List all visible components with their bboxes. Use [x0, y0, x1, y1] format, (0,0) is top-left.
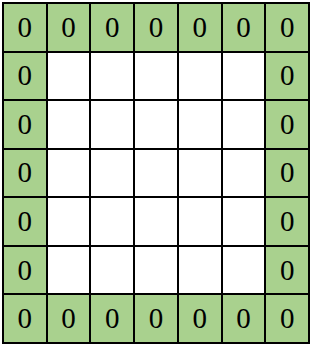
grid-cell: 0 [134, 294, 178, 343]
grid-cell [90, 149, 134, 198]
grid-cell: 0 [222, 3, 266, 52]
grid-cell [178, 246, 222, 295]
grid-cell [134, 149, 178, 198]
grid-cell: 0 [178, 3, 222, 52]
grid-cell: 0 [3, 246, 47, 295]
grid-cell [90, 246, 134, 295]
grid-cell: 0 [222, 294, 266, 343]
grid-cell: 0 [3, 197, 47, 246]
grid-cell [90, 52, 134, 101]
grid-cell [47, 100, 91, 149]
grid-cell: 0 [265, 3, 309, 52]
grid-cell [134, 100, 178, 149]
grid-cell [134, 246, 178, 295]
grid-cell [90, 197, 134, 246]
grid-cell: 0 [265, 197, 309, 246]
grid-cell [47, 246, 91, 295]
grid-cell: 0 [134, 3, 178, 52]
grid-cell: 0 [3, 3, 47, 52]
grid-cell [222, 149, 266, 198]
grid-cell: 0 [3, 294, 47, 343]
grid-cell: 0 [90, 294, 134, 343]
grid-cell: 0 [3, 100, 47, 149]
grid-cell [178, 197, 222, 246]
grid-cell: 0 [178, 294, 222, 343]
grid-cell: 0 [265, 100, 309, 149]
grid-cell: 0 [265, 149, 309, 198]
grid-cell: 0 [47, 294, 91, 343]
grid-cell: 0 [47, 3, 91, 52]
grid-cell [47, 149, 91, 198]
grid-cell: 0 [3, 149, 47, 198]
grid-cell: 0 [90, 3, 134, 52]
grid-cell [134, 52, 178, 101]
grid-cell [222, 52, 266, 101]
grid-cell [47, 197, 91, 246]
grid-cell [178, 149, 222, 198]
grid-cell [47, 52, 91, 101]
grid-cell: 0 [265, 246, 309, 295]
grid-cell [222, 100, 266, 149]
grid-cell [134, 197, 178, 246]
grid-cell [90, 100, 134, 149]
grid-cell: 0 [265, 294, 309, 343]
grid-cell [222, 246, 266, 295]
zero-boundary-grid-container: 000000000000000000000000 [2, 2, 310, 344]
zero-boundary-grid: 000000000000000000000000 [2, 2, 310, 344]
grid-cell [178, 52, 222, 101]
grid-cell: 0 [265, 52, 309, 101]
grid-cell [222, 197, 266, 246]
grid-cell [178, 100, 222, 149]
grid-cell: 0 [3, 52, 47, 101]
